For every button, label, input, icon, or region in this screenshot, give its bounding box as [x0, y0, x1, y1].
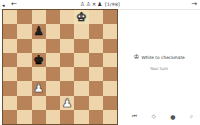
forward-arrow-icon[interactable]: → [191, 0, 197, 9]
square-h2[interactable] [103, 96, 117, 110]
square-c7[interactable]: ♟ [32, 24, 46, 38]
square-b4[interactable] [17, 67, 31, 81]
black-pawn: ♟ [33, 25, 44, 37]
square-b5[interactable] [17, 53, 31, 67]
square-e5[interactable] [60, 53, 74, 67]
square-a3[interactable] [3, 81, 17, 95]
square-c3[interactable]: ♟ [32, 81, 46, 95]
square-g8[interactable] [89, 10, 103, 24]
square-b3[interactable] [17, 81, 31, 95]
bottom-toolbar: ⏮ ◇ ● ⌕ [132, 111, 193, 122]
square-a4[interactable] [3, 67, 17, 81]
square-d3[interactable] [46, 81, 60, 95]
square-c6[interactable] [32, 39, 46, 53]
square-f6[interactable] [74, 39, 88, 53]
square-e4[interactable] [60, 67, 74, 81]
square-h6[interactable] [103, 39, 117, 53]
square-d8[interactable] [46, 10, 60, 24]
square-f5[interactable] [74, 53, 88, 67]
square-h8[interactable] [103, 10, 117, 24]
square-h1[interactable] [103, 110, 117, 124]
square-c5[interactable]: ♚ [32, 53, 46, 67]
square-g4[interactable] [89, 67, 103, 81]
square-g7[interactable] [89, 24, 103, 38]
square-f4[interactable] [74, 67, 88, 81]
category-indicator: ♙ ♙ ✕ ♟ [1/98] [0, 0, 200, 9]
search-icon[interactable]: ⌕ [190, 111, 193, 122]
square-b6[interactable] [17, 39, 31, 53]
square-f7[interactable] [74, 24, 88, 38]
square-d2[interactable] [46, 96, 60, 110]
white-king: ♚ [76, 11, 87, 23]
square-a1[interactable] [3, 110, 17, 124]
square-e7[interactable] [60, 24, 74, 38]
chess-board[interactable]: ♚♟♚♟♟ [2, 9, 118, 125]
versus-x-icon: ✕ [92, 0, 96, 9]
square-h3[interactable] [103, 81, 117, 95]
square-d6[interactable] [46, 39, 60, 53]
square-c4[interactable] [32, 67, 46, 81]
black-king: ♚ [33, 54, 44, 66]
square-f3[interactable] [74, 81, 88, 95]
puzzle-counter: [1/98] [105, 2, 120, 7]
square-e8[interactable] [60, 10, 74, 24]
square-a6[interactable] [3, 39, 17, 53]
square-a8[interactable] [3, 10, 17, 24]
white-pawn: ♟ [62, 97, 73, 109]
square-f1[interactable] [74, 110, 88, 124]
square-c1[interactable] [32, 110, 46, 124]
square-b2[interactable] [17, 96, 31, 110]
square-d5[interactable] [46, 53, 60, 67]
square-h5[interactable] [103, 53, 117, 67]
app-screen: ◂ ← ♙ ♙ ✕ ♟ [1/98] → ♚♟♚♟♟ ♔ White to ch… [0, 0, 200, 125]
square-e1[interactable] [60, 110, 74, 124]
black-pawn-icon: ♟ [97, 0, 102, 9]
square-g6[interactable] [89, 39, 103, 53]
square-b7[interactable] [17, 24, 31, 38]
square-a7[interactable] [3, 24, 17, 38]
square-a5[interactable] [3, 53, 17, 67]
skip-previous-icon[interactable]: ⏮ [132, 111, 137, 122]
square-g1[interactable] [89, 110, 103, 124]
square-a2[interactable] [3, 96, 17, 110]
status-row: ♔ White to checkmate [118, 53, 200, 62]
square-h7[interactable] [103, 24, 117, 38]
square-d4[interactable] [46, 67, 60, 81]
turn-indicator: Your turn [118, 66, 200, 71]
hint-icon[interactable]: ◇ [151, 111, 155, 122]
square-c2[interactable] [32, 96, 46, 110]
square-e6[interactable] [60, 39, 74, 53]
square-h4[interactable] [103, 67, 117, 81]
white-pawn-icon: ♙ [86, 0, 91, 9]
square-b8[interactable] [17, 10, 31, 24]
white-king-icon: ♔ [133, 53, 139, 62]
square-e3[interactable] [60, 81, 74, 95]
square-f2[interactable] [74, 96, 88, 110]
square-c8[interactable] [32, 10, 46, 24]
square-e2[interactable]: ♟ [60, 96, 74, 110]
white-pawn: ♟ [33, 82, 44, 94]
square-g2[interactable] [89, 96, 103, 110]
goal-text: White to checkmate [142, 55, 185, 60]
square-f8[interactable]: ♚ [74, 10, 88, 24]
record-dot-icon[interactable]: ● [170, 111, 175, 122]
square-d7[interactable] [46, 24, 60, 38]
white-pawn-icon: ♙ [80, 0, 85, 9]
square-d1[interactable] [46, 110, 60, 124]
square-b1[interactable] [17, 110, 31, 124]
square-g3[interactable] [89, 81, 103, 95]
square-g5[interactable] [89, 53, 103, 67]
